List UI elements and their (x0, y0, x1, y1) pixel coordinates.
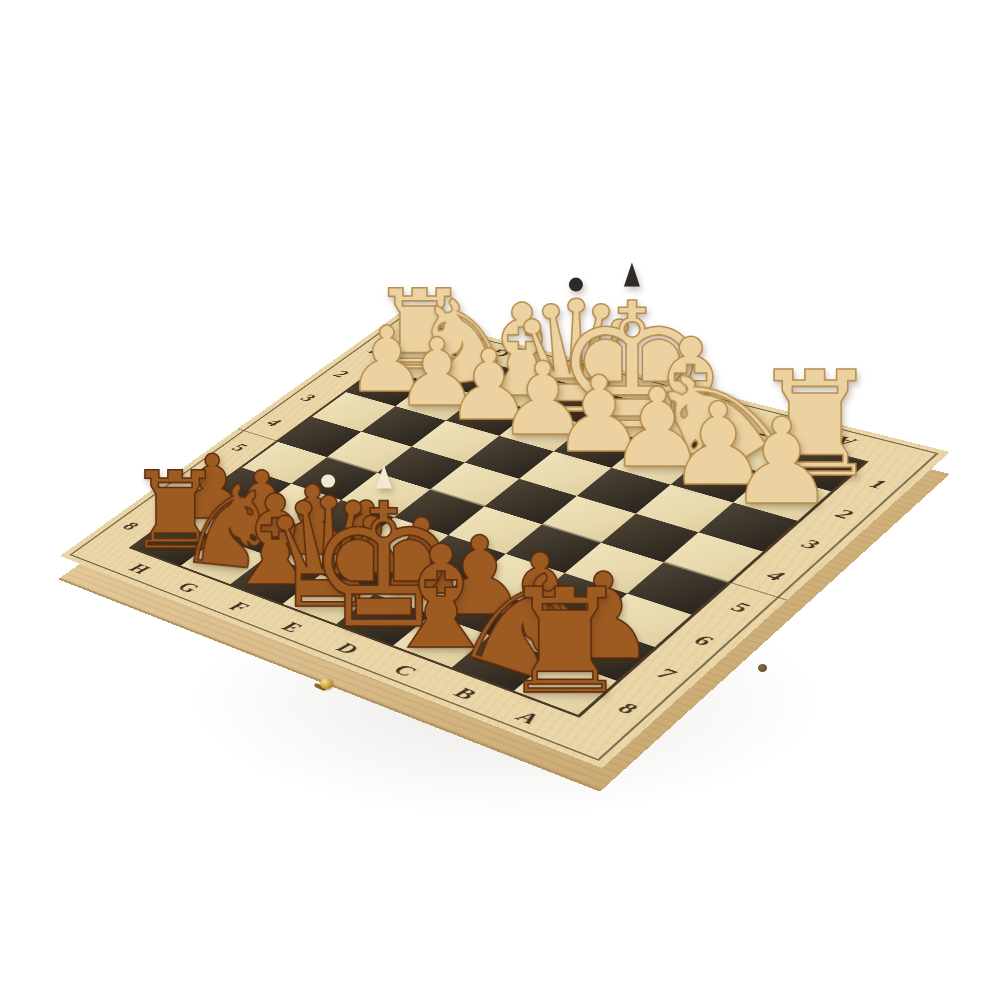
wood-knot (758, 664, 767, 672)
dark-rook-a8[interactable]: ♜ (500, 570, 630, 715)
rank-label-left-4: 4 (262, 416, 285, 429)
scene: HH11GG22FF33EE44DD55CC66BB77AA88 ♜♞♝♛♚♝♞… (0, 0, 1000, 1000)
rank-label-right-5: 5 (726, 599, 753, 616)
rank-label-right-6: 6 (689, 632, 717, 650)
rank-label-left-3: 3 (297, 392, 320, 405)
rank-label-right-4: 4 (762, 567, 789, 584)
white-pawn-a2[interactable]: ♟ (728, 401, 835, 520)
king-finial-icon (624, 262, 640, 286)
latch-knob (320, 678, 333, 689)
rank-label-right-3: 3 (797, 537, 824, 553)
king-finial-icon (376, 464, 392, 488)
brass-latch-icon (312, 676, 336, 698)
